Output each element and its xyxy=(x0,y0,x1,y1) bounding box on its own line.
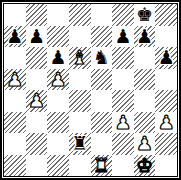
square-c5[interactable]: ♟ xyxy=(47,69,69,91)
square-f2[interactable] xyxy=(112,133,134,155)
square-f6[interactable] xyxy=(112,47,134,69)
square-c7[interactable] xyxy=(47,26,69,48)
black-knight-e6[interactable]: ♞ xyxy=(93,47,110,68)
square-b5[interactable] xyxy=(26,69,48,91)
black-rook-d2[interactable]: ♜ xyxy=(71,133,88,154)
square-e5[interactable] xyxy=(91,69,113,91)
black-king-g8[interactable]: ♚ xyxy=(136,4,153,25)
square-f8[interactable] xyxy=(112,4,134,26)
square-f3[interactable]: ♟ xyxy=(112,112,134,134)
white-pawn-a5[interactable]: ♟ xyxy=(6,69,23,90)
square-g1[interactable]: ♚ xyxy=(134,155,156,177)
black-pawn-a7[interactable]: ♟ xyxy=(6,26,23,47)
square-e3[interactable] xyxy=(91,112,113,134)
square-e4[interactable] xyxy=(91,90,113,112)
square-c3[interactable] xyxy=(47,112,69,134)
square-c4[interactable] xyxy=(47,90,69,112)
white-king-g1[interactable]: ♚ xyxy=(136,155,153,176)
square-b8[interactable] xyxy=(26,4,48,26)
square-b4[interactable]: ♟ xyxy=(26,90,48,112)
square-g8[interactable]: ♚ xyxy=(134,4,156,26)
square-d8[interactable] xyxy=(69,4,91,26)
square-f4[interactable] xyxy=(112,90,134,112)
square-d7[interactable] xyxy=(69,26,91,48)
square-d3[interactable] xyxy=(69,112,91,134)
white-pawn-b4[interactable]: ♟ xyxy=(28,90,45,111)
square-e6[interactable]: ♞ xyxy=(91,47,113,69)
square-g4[interactable] xyxy=(134,90,156,112)
white-bishop-d6[interactable]: ♝ xyxy=(71,47,88,68)
square-b1[interactable] xyxy=(26,155,48,177)
board-frame: ♚♟♟♟♟♟♝♞♟♟♟♟♟♟♜♟♜♚ xyxy=(0,0,181,180)
black-pawn-g7[interactable]: ♟ xyxy=(136,26,153,47)
square-f5[interactable] xyxy=(112,69,134,91)
square-d6[interactable]: ♝ xyxy=(69,47,91,69)
chess-board: ♚♟♟♟♟♟♝♞♟♟♟♟♟♟♜♟♜♚ xyxy=(4,4,177,176)
square-b7[interactable]: ♟ xyxy=(26,26,48,48)
square-c1[interactable] xyxy=(47,155,69,177)
white-pawn-c5[interactable]: ♟ xyxy=(50,69,67,90)
square-e2[interactable] xyxy=(91,133,113,155)
square-e1[interactable]: ♜ xyxy=(91,155,113,177)
board-inner-border: ♚♟♟♟♟♟♝♞♟♟♟♟♟♟♜♟♜♚ xyxy=(3,3,178,177)
square-c6[interactable]: ♟ xyxy=(47,47,69,69)
square-h8[interactable] xyxy=(155,4,177,26)
square-h2[interactable] xyxy=(155,133,177,155)
white-pawn-h3[interactable]: ♟ xyxy=(158,112,175,133)
square-g6[interactable] xyxy=(134,47,156,69)
square-a6[interactable] xyxy=(4,47,26,69)
square-h6[interactable]: ♟ xyxy=(155,47,177,69)
square-a4[interactable] xyxy=(4,90,26,112)
white-rook-e1[interactable]: ♜ xyxy=(93,155,110,176)
square-b2[interactable] xyxy=(26,133,48,155)
square-f7[interactable]: ♟ xyxy=(112,26,134,48)
square-e8[interactable] xyxy=(91,4,113,26)
square-d1[interactable] xyxy=(69,155,91,177)
square-h3[interactable]: ♟ xyxy=(155,112,177,134)
square-d2[interactable]: ♜ xyxy=(69,133,91,155)
square-a8[interactable] xyxy=(4,4,26,26)
square-c2[interactable] xyxy=(47,133,69,155)
square-g2[interactable]: ♟ xyxy=(134,133,156,155)
square-g3[interactable] xyxy=(134,112,156,134)
square-h1[interactable] xyxy=(155,155,177,177)
square-d4[interactable] xyxy=(69,90,91,112)
square-e7[interactable] xyxy=(91,26,113,48)
black-pawn-b7[interactable]: ♟ xyxy=(28,26,45,47)
square-g7[interactable]: ♟ xyxy=(134,26,156,48)
white-pawn-f3[interactable]: ♟ xyxy=(114,112,131,133)
square-a2[interactable] xyxy=(4,133,26,155)
square-d5[interactable] xyxy=(69,69,91,91)
square-a1[interactable] xyxy=(4,155,26,177)
black-pawn-h6[interactable]: ♟ xyxy=(158,47,175,68)
square-g5[interactable] xyxy=(134,69,156,91)
square-f1[interactable] xyxy=(112,155,134,177)
square-h4[interactable] xyxy=(155,90,177,112)
square-a3[interactable] xyxy=(4,112,26,134)
square-b6[interactable] xyxy=(26,47,48,69)
square-h5[interactable] xyxy=(155,69,177,91)
black-pawn-c6[interactable]: ♟ xyxy=(50,47,67,68)
white-pawn-g2[interactable]: ♟ xyxy=(136,133,153,154)
square-h7[interactable] xyxy=(155,26,177,48)
square-a5[interactable]: ♟ xyxy=(4,69,26,91)
black-pawn-f7[interactable]: ♟ xyxy=(114,26,131,47)
square-a7[interactable]: ♟ xyxy=(4,26,26,48)
square-b3[interactable] xyxy=(26,112,48,134)
square-c8[interactable] xyxy=(47,4,69,26)
